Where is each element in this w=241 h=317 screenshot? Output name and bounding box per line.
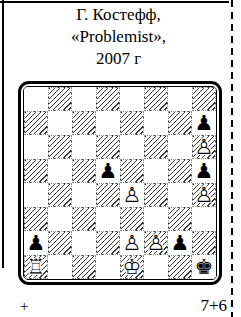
square-g8 (168, 87, 192, 111)
square-b2 (48, 231, 72, 255)
page-cell-dashed-right-border (231, 0, 233, 317)
square-e3 (120, 207, 144, 231)
black-pawn-piece: ♟ (24, 231, 48, 255)
square-e7 (120, 111, 144, 135)
square-a2: ♟ (24, 231, 48, 255)
square-a6 (24, 135, 48, 159)
square-h8 (192, 87, 216, 111)
square-g2: ♟ (168, 231, 192, 255)
white-pawn-silhouette: ♟ (193, 184, 215, 206)
chess-board-frame: ♟♟♙♟♟♟♙♟♙♟♟♙♟♙♟♜♖♚♔♚ (18, 81, 222, 285)
chess-board-inner-frame: ♟♟♙♟♟♟♙♟♙♟♟♙♟♙♟♜♖♚♔♚ (23, 86, 217, 280)
square-e8 (120, 87, 144, 111)
diagram-footer: + 7+6 (20, 296, 227, 316)
square-h7: ♟ (192, 111, 216, 135)
square-f1 (144, 255, 168, 279)
white-pawn-piece: ♙ (120, 231, 144, 255)
square-h2 (192, 231, 216, 255)
square-a3 (24, 207, 48, 231)
square-h3 (192, 207, 216, 231)
square-d4 (96, 183, 120, 207)
white-pawn-piece: ♙ (120, 183, 144, 207)
black-pawn-piece: ♟ (192, 111, 216, 135)
black-pawn-piece: ♟ (192, 159, 216, 183)
square-d5: ♟ (96, 159, 120, 183)
white-pawn-silhouette: ♟ (120, 183, 144, 207)
square-b6 (48, 135, 72, 159)
square-c3 (72, 207, 96, 231)
square-f8 (144, 87, 168, 111)
square-e6 (120, 135, 144, 159)
square-e4: ♟♙ (120, 183, 144, 207)
white-king-silhouette: ♚ (121, 256, 143, 278)
page-cell-left-border (2, 0, 4, 268)
white-rook-silhouette: ♜ (25, 256, 47, 278)
square-a1: ♜♖ (24, 255, 48, 279)
white-pawn-piece: ♙ (145, 232, 167, 254)
composer-name: Г. Костефф, (6, 4, 231, 26)
square-b7 (48, 111, 72, 135)
square-g1 (168, 255, 192, 279)
square-d7 (96, 111, 120, 135)
white-pawn-silhouette: ♟ (193, 136, 215, 158)
square-f6 (144, 135, 168, 159)
square-a4 (24, 183, 48, 207)
square-c7 (72, 111, 96, 135)
chess-board: ♟♟♙♟♟♟♙♟♙♟♟♙♟♙♟♜♖♚♔♚ (24, 87, 216, 279)
square-f5 (144, 159, 168, 183)
source-publication: «Problemist», (6, 26, 231, 48)
square-f4 (144, 183, 168, 207)
square-a8 (24, 87, 48, 111)
square-c2 (72, 231, 96, 255)
square-c8 (72, 87, 96, 111)
page-cell-top-border (0, 1, 229, 3)
material-count-label: 7+6 (200, 296, 227, 316)
square-h1: ♚ (192, 255, 216, 279)
square-g5 (168, 159, 192, 183)
square-d6 (96, 135, 120, 159)
square-d2 (96, 231, 120, 255)
square-d8 (96, 87, 120, 111)
stipulation-label: + (20, 298, 28, 315)
square-c1 (72, 255, 96, 279)
problem-title: Г. Костефф, «Problemist», 2007 г (6, 4, 231, 70)
square-h4: ♟♙ (192, 183, 216, 207)
square-b5 (48, 159, 72, 183)
white-pawn-silhouette: ♟ (145, 232, 167, 254)
square-g6 (168, 135, 192, 159)
square-h5: ♟ (192, 159, 216, 183)
square-d1 (96, 255, 120, 279)
square-b4 (48, 183, 72, 207)
black-pawn-piece: ♟ (96, 159, 120, 183)
square-e2: ♟♙ (120, 231, 144, 255)
square-b3 (48, 207, 72, 231)
black-pawn-piece: ♟ (168, 231, 192, 255)
square-g7 (168, 111, 192, 135)
white-pawn-piece: ♙ (193, 136, 215, 158)
square-a5 (24, 159, 48, 183)
black-king-piece: ♚ (192, 255, 216, 279)
square-e5 (120, 159, 144, 183)
white-king-piece: ♔ (121, 256, 143, 278)
publication-year: 2007 г (6, 48, 231, 70)
square-c6 (72, 135, 96, 159)
square-e1: ♚♔ (120, 255, 144, 279)
square-f2: ♟♙ (144, 231, 168, 255)
square-b8 (48, 87, 72, 111)
square-d3 (96, 207, 120, 231)
white-pawn-silhouette: ♟ (120, 231, 144, 255)
white-pawn-piece: ♙ (193, 184, 215, 206)
white-rook-piece: ♖ (25, 256, 47, 278)
square-b1 (48, 255, 72, 279)
square-f3 (144, 207, 168, 231)
square-g4 (168, 183, 192, 207)
square-h6: ♟♙ (192, 135, 216, 159)
square-g3 (168, 207, 192, 231)
square-a7 (24, 111, 48, 135)
scanned-diagram-page: Г. Костефф, «Problemist», 2007 г ♟♟♙♟♟♟♙… (0, 0, 241, 317)
square-c4 (72, 183, 96, 207)
square-c5 (72, 159, 96, 183)
square-f7 (144, 111, 168, 135)
